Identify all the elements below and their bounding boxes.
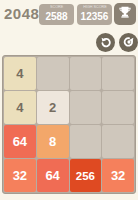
tile-32-r4c4: 32 [102, 159, 134, 192]
tile-8-r3c2: 8 [37, 125, 69, 158]
game-screen: 2048 SCORE 2588 HIGH SCORE 12356 [0, 0, 138, 200]
score-value: 2588 [45, 11, 67, 22]
tile-256-r4c3: 256 [70, 159, 102, 192]
trophy-icon [118, 5, 132, 23]
empty-cell-r1c2 [37, 57, 69, 90]
score-box: SCORE 2588 [39, 4, 74, 25]
empty-cell-r1c4 [102, 57, 134, 90]
empty-cell-r2c3 [70, 91, 102, 124]
leaderboard-button[interactable] [114, 3, 136, 25]
score-label: SCORE [50, 5, 63, 9]
tile-64-r3c1: 64 [4, 125, 36, 158]
board[interactable]: 442648326425632 [2, 55, 136, 194]
high-score-box: HIGH SCORE 12356 [77, 4, 112, 25]
tile-4-r1c1: 4 [4, 57, 36, 90]
undo-button[interactable] [96, 33, 115, 52]
empty-cell-r3c3 [70, 125, 102, 158]
empty-cell-r3c4 [102, 125, 134, 158]
high-score-value: 12356 [81, 11, 109, 22]
undo-arrow-icon [100, 34, 112, 52]
restart-button[interactable] [119, 33, 138, 52]
tile-32-r4c1: 32 [4, 159, 36, 192]
high-score-label: HIGH SCORE [83, 5, 107, 9]
app-title: 2048 [4, 5, 39, 22]
tile-4-r2c1: 4 [4, 91, 36, 124]
empty-cell-r2c4 [102, 91, 134, 124]
restart-arrow-icon [123, 34, 135, 52]
tile-64-r4c2: 64 [37, 159, 69, 192]
tile-2-r2c2: 2 [37, 91, 69, 124]
empty-cell-r1c3 [70, 57, 102, 90]
